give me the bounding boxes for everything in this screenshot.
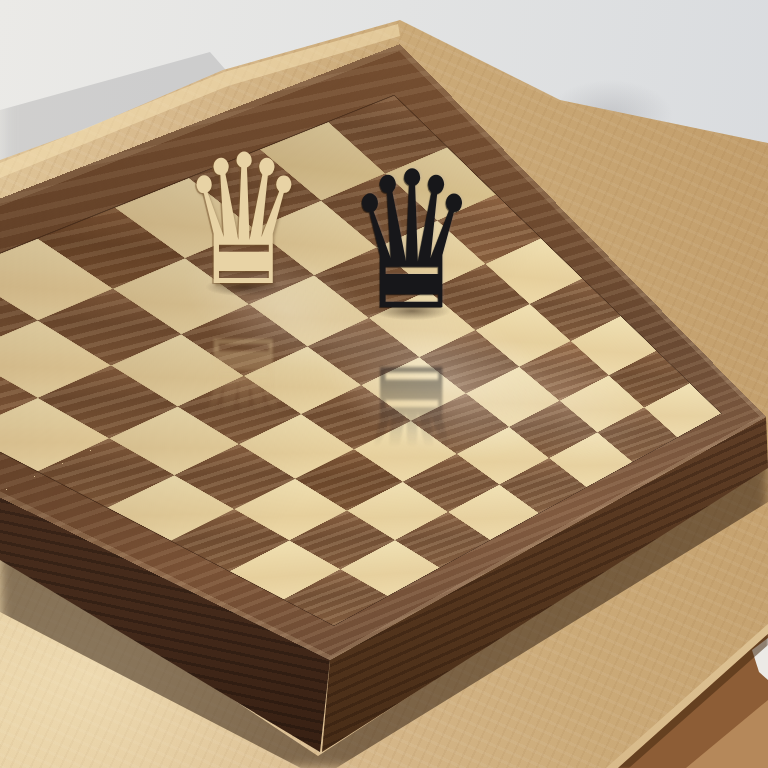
pieces-layer: ♛ ♛ ♛ ♛ bbox=[0, 0, 768, 768]
piece-reflection: ♛ bbox=[346, 337, 479, 527]
white-queen-glyph: ♛ bbox=[181, 131, 307, 311]
scene: ♛ ♛ ♛ ♛ bbox=[0, 0, 768, 768]
piece-reflection: ♛ bbox=[181, 311, 307, 491]
black-queen-glyph: ♛ bbox=[346, 147, 479, 337]
